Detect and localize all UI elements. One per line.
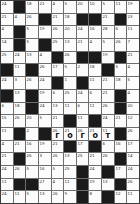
cell-number: 21: [1, 14, 7, 19]
black-cell: [102, 64, 114, 76]
cell[interactable]: 19: [89, 179, 101, 191]
cell-number: 11: [127, 26, 133, 31]
cell[interactable]: 24: [39, 103, 51, 115]
cell[interactable]: 17: [115, 166, 127, 178]
cell-number: 24: [77, 26, 83, 31]
cell-number: 21: [1, 153, 7, 158]
cell-number: 11: [127, 191, 133, 196]
cell-number: 26: [127, 179, 133, 184]
black-cell: [115, 90, 127, 102]
cell[interactable]: 19: [39, 141, 51, 153]
cell-number: 16: [115, 141, 121, 146]
cell-number: 6: [1, 103, 4, 108]
black-cell: [77, 77, 89, 89]
black-cell: [77, 166, 89, 178]
cell-number: 13: [64, 39, 70, 44]
black-cell: [77, 179, 89, 191]
black-cell: [89, 141, 101, 153]
cell[interactable]: 6: [52, 90, 64, 102]
cell[interactable]: 14: [1, 39, 13, 51]
cell[interactable]: 2: [26, 128, 38, 140]
cell[interactable]: 17: [77, 141, 89, 153]
cell[interactable]: 15: [1, 115, 13, 127]
cell-number: 11: [64, 179, 70, 184]
cell[interactable]: 4: [89, 39, 101, 51]
cell[interactable]: 26г: [52, 128, 64, 140]
cell-number: 11: [14, 64, 20, 69]
cell-number: 24: [89, 166, 95, 171]
cell-number: 13: [39, 191, 45, 196]
cell[interactable]: 11: [1, 128, 13, 140]
black-cell: [14, 26, 26, 38]
cell[interactable]: 24: [77, 90, 89, 102]
cell-number: 25: [52, 39, 58, 44]
cell-number: 10: [89, 1, 95, 6]
cell[interactable]: 11: [127, 191, 139, 203]
cell[interactable]: 6: [102, 141, 114, 153]
cell[interactable]: 26: [127, 128, 139, 140]
cell[interactable]: 26: [127, 179, 139, 191]
cell[interactable]: 18: [115, 77, 127, 89]
black-cell: [39, 14, 51, 26]
cell-number: 20: [64, 26, 70, 31]
cell-number: 14: [1, 39, 7, 44]
cell[interactable]: 16: [26, 141, 38, 153]
cell[interactable]: 25: [1, 52, 13, 64]
cell[interactable]: 26г: [77, 128, 89, 140]
cell[interactable]: 11: [127, 26, 139, 38]
cell[interactable]: 5: [127, 77, 139, 89]
cell[interactable]: 24: [1, 166, 13, 178]
cell-number: 12: [115, 191, 121, 196]
cell-number: 24: [1, 166, 7, 171]
cell-number: 5: [102, 39, 105, 44]
cell-number: 26: [115, 39, 121, 44]
cell[interactable]: 25: [77, 153, 89, 165]
cell-number: 6: [102, 141, 105, 146]
cell-number: 18: [89, 64, 95, 69]
cell-number: 25: [64, 90, 70, 95]
cell-number: 24: [1, 1, 7, 6]
cell-number: 5: [26, 39, 29, 44]
cell[interactable]: 19: [102, 52, 114, 64]
cell[interactable]: 21: [39, 1, 51, 13]
cell-number: 27: [39, 179, 45, 184]
cell-number: 17: [115, 166, 121, 171]
cell[interactable]: 17: [127, 141, 139, 153]
cell[interactable]: 9: [64, 191, 76, 203]
cell[interactable]: 13: [102, 179, 114, 191]
cell-number: 16: [26, 141, 32, 146]
cell[interactable]: 4: [127, 90, 139, 102]
black-cell: [14, 1, 26, 13]
black-cell: [89, 14, 101, 26]
cell[interactable]: 21: [102, 14, 114, 26]
cell[interactable]: 26: [26, 14, 38, 26]
cell-number: 9: [64, 191, 67, 196]
cell[interactable]: 25: [64, 166, 76, 178]
cell[interactable]: 7: [127, 39, 139, 51]
cell-number: 24: [14, 52, 20, 57]
cell-number: 4: [1, 141, 4, 146]
cell-number: 8: [89, 191, 92, 196]
cell[interactable]: 21: [52, 14, 64, 26]
cell[interactable]: 5: [26, 39, 38, 51]
cell-number: 1: [64, 77, 67, 82]
cell[interactable]: 5: [26, 191, 38, 203]
cell[interactable]: 3: [14, 77, 26, 89]
cell-number: 6: [77, 103, 80, 108]
cell-number: 21: [52, 115, 58, 120]
cell-number: 19: [102, 52, 108, 57]
cell-number: 20: [26, 115, 32, 120]
cell-number: 24: [1, 191, 7, 196]
cell[interactable]: 24: [1, 77, 13, 89]
cell[interactable]: 12: [127, 115, 139, 127]
cell-number: 19: [127, 1, 133, 6]
cell[interactable]: 11: [89, 77, 101, 89]
cell-number: 16: [39, 166, 45, 171]
cell[interactable]: 20: [127, 103, 139, 115]
cell-number: 26: [64, 52, 70, 57]
cell-number: 11: [89, 77, 95, 82]
cell[interactable]: 18: [14, 103, 26, 115]
cell[interactable]: 5: [26, 26, 38, 38]
cell-number: 26: [26, 14, 32, 19]
black-cell: [64, 115, 76, 127]
cell[interactable]: 24: [102, 115, 114, 127]
cell-number: 20: [77, 1, 83, 6]
cell-number: 5: [64, 1, 67, 6]
cell[interactable]: 5: [26, 166, 38, 178]
cell[interactable]: 27: [39, 179, 51, 191]
cell[interactable]: 6: [1, 103, 13, 115]
cell[interactable]: 18: [89, 64, 101, 76]
cell-letter: т: [102, 132, 114, 140]
cell[interactable]: 17: [52, 64, 64, 76]
cell[interactable]: 21: [89, 153, 101, 165]
cell[interactable]: 24: [1, 1, 13, 13]
cell[interactable]: 19: [39, 26, 51, 38]
cell[interactable]: 21: [115, 115, 127, 127]
cell[interactable]: 26: [102, 103, 114, 115]
cell[interactable]: 23: [127, 14, 139, 26]
cell[interactable]: 24: [89, 166, 101, 178]
cell[interactable]: 5: [52, 166, 64, 178]
cell[interactable]: 11: [14, 64, 26, 76]
cell-number: 19: [39, 90, 45, 95]
cell[interactable]: 6: [89, 90, 101, 102]
cell[interactable]: 20: [77, 1, 89, 13]
cell[interactable]: 21о: [89, 128, 101, 140]
cell-letter: г: [52, 132, 64, 140]
cell-number: 5: [26, 166, 29, 171]
cell-number: 24: [77, 90, 83, 95]
cell[interactable]: 24: [77, 26, 89, 38]
cell[interactable]: 1: [64, 77, 76, 89]
black-cell: [1, 64, 13, 76]
cell[interactable]: 20: [64, 26, 76, 38]
cell[interactable]: 26: [52, 153, 64, 165]
cell-number: 11: [14, 191, 20, 196]
black-cell: [26, 90, 38, 102]
cell-number: 21: [102, 90, 108, 95]
black-cell: [26, 179, 38, 191]
cell[interactable]: 5: [102, 39, 114, 51]
cell[interactable]: 26: [39, 64, 51, 76]
cell-number: 4: [39, 52, 42, 57]
cell[interactable]: 11: [115, 1, 127, 13]
cell[interactable]: 21: [1, 14, 13, 26]
cell[interactable]: 21: [52, 115, 64, 127]
cell[interactable]: 21: [127, 52, 139, 64]
cell[interactable]: 26: [52, 191, 64, 203]
cell[interactable]: 10: [89, 1, 101, 13]
cell[interactable]: 18: [64, 14, 76, 26]
cell[interactable]: 21: [102, 90, 114, 102]
cell-number: 7: [127, 39, 130, 44]
cell[interactable]: 21: [1, 153, 13, 165]
cell[interactable]: 25: [64, 90, 76, 102]
black-cell: [39, 39, 51, 51]
cell[interactable]: 28: [102, 26, 114, 38]
cell-number: 4: [52, 1, 55, 6]
black-cell: [14, 153, 26, 165]
cell[interactable]: 4: [14, 14, 26, 26]
cell[interactable]: 13: [39, 191, 51, 203]
cell-number: 26: [39, 64, 45, 69]
cell[interactable]: 4: [127, 64, 139, 76]
cell-number: 13: [64, 153, 70, 158]
cell-number: 24: [39, 103, 45, 108]
cell-number: 18: [115, 77, 121, 82]
black-cell: [89, 52, 101, 64]
cell-number: 17: [77, 141, 83, 146]
cell-number: 21: [102, 77, 108, 82]
cell[interactable]: 13: [64, 39, 76, 51]
black-cell: [1, 90, 13, 102]
cell-number: 16: [89, 26, 95, 31]
cell-number: 26: [26, 77, 32, 82]
cell[interactable]: 21: [14, 141, 26, 153]
cell-number: 13: [14, 90, 20, 95]
cell-number: 5: [127, 77, 130, 82]
cell-number: 26: [52, 153, 58, 158]
black-cell: [77, 52, 89, 64]
black-cell: [26, 103, 38, 115]
cell[interactable]: 26: [14, 115, 26, 127]
cell-number: 26: [14, 115, 20, 120]
cell-number: 5: [64, 64, 67, 69]
cell[interactable]: 13: [14, 90, 26, 102]
cell-number: 26: [127, 128, 133, 133]
cell[interactable]: 11т: [102, 128, 114, 140]
black-cell: [14, 179, 26, 191]
cell[interactable]: 24: [14, 52, 26, 64]
cell-number: 21: [77, 39, 83, 44]
cell-number: 25: [77, 153, 83, 158]
cell[interactable]: 14: [127, 153, 139, 165]
cell-number: 28: [102, 26, 108, 31]
cell-number: 5: [26, 191, 29, 196]
cell-number: 18: [26, 1, 32, 6]
cell-number: 19: [89, 179, 95, 184]
cell-number: 18: [64, 14, 70, 19]
cell[interactable]: 11: [1, 179, 13, 191]
cell-number: 5: [26, 26, 29, 31]
cell[interactable]: 4: [52, 1, 64, 13]
cell-number: 19: [39, 26, 45, 31]
cell-number: 5: [52, 166, 55, 171]
cell-number: 3: [14, 77, 17, 82]
cell-number: 19: [39, 141, 45, 146]
cell-number: 21: [127, 52, 133, 57]
cell[interactable]: 26: [26, 153, 38, 165]
cell-number: 21: [102, 14, 108, 19]
cell[interactable]: 21: [102, 77, 114, 89]
cell[interactable]: 26: [115, 39, 127, 51]
cell-number: 26: [52, 26, 58, 31]
black-cell: [115, 52, 127, 64]
cell[interactable]: 16: [115, 141, 127, 153]
cell[interactable]: 5: [64, 1, 76, 13]
cell[interactable]: 8: [89, 191, 101, 203]
cell[interactable]: 13: [64, 153, 76, 165]
cell[interactable]: 4: [52, 179, 64, 191]
cell-number: 12: [127, 115, 133, 120]
cell[interactable]: 11: [64, 103, 76, 115]
cell[interactable]: 26: [14, 166, 26, 178]
cell-number: 21: [39, 1, 45, 6]
black-cell: [77, 191, 89, 203]
cell-number: 4: [89, 39, 92, 44]
cell-letter: г: [77, 132, 89, 140]
cell-number: 25: [1, 52, 7, 57]
cell[interactable]: 19: [127, 1, 139, 13]
cell-number: 26: [52, 191, 58, 196]
cell[interactable]: 6: [77, 103, 89, 115]
cell[interactable]: 12: [115, 191, 127, 203]
cell[interactable]: 5: [115, 64, 127, 76]
cell-number: 26: [14, 166, 20, 171]
black-cell: [52, 52, 64, 64]
black-cell: [115, 14, 127, 26]
cell-number: 13: [102, 179, 108, 184]
cell-number: 21: [14, 141, 20, 146]
cell[interactable]: 3: [39, 153, 51, 165]
cell[interactable]: 6: [115, 26, 127, 38]
cell[interactable]: 26: [64, 52, 76, 64]
cell[interactable]: 13: [26, 52, 38, 64]
cell[interactable]: 24: [1, 191, 13, 203]
black-cell: [102, 191, 114, 203]
cell[interactable]: 11: [77, 115, 89, 127]
cell[interactable]: 4: [1, 26, 13, 38]
cell[interactable]: 16: [89, 26, 101, 38]
cell[interactable]: 11: [14, 191, 26, 203]
cell-number: 6: [89, 90, 92, 95]
cell-number: 17: [52, 64, 58, 69]
black-cell: [89, 115, 101, 127]
cell-number: 6: [52, 90, 55, 95]
cell-number: 17: [127, 141, 133, 146]
cell[interactable]: 5: [64, 64, 76, 76]
cell[interactable]: 11: [64, 179, 76, 191]
black-cell: [77, 14, 89, 26]
black-cell: [52, 77, 64, 89]
cell[interactable]: 5: [39, 115, 51, 127]
cell-number: 25: [64, 166, 70, 171]
cell[interactable]: 25: [52, 39, 64, 51]
cell-number: 5: [39, 115, 42, 120]
cell-number: 5: [102, 1, 105, 6]
cell-number: 11: [77, 115, 83, 120]
cell-number: 11: [1, 179, 7, 184]
cell[interactable]: 13: [52, 103, 64, 115]
cell-number: 14: [127, 153, 133, 158]
cell[interactable]: 4: [1, 141, 13, 153]
cell[interactable]: 19: [39, 90, 51, 102]
cell[interactable]: 21о: [64, 128, 76, 140]
cell-number: 11: [89, 103, 95, 108]
cell-number: 4: [52, 179, 55, 184]
cell-number: 4: [1, 26, 4, 31]
cell-number: 6: [115, 26, 118, 31]
codeword-grid: 2418214520105111921426211821234519262024…: [0, 0, 140, 204]
cell-number: 24: [127, 166, 133, 171]
cell[interactable]: 26: [26, 77, 38, 89]
cell[interactable]: 26: [102, 153, 114, 165]
cell-letter: о: [89, 132, 101, 140]
cell[interactable]: 21: [52, 141, 64, 153]
cell-number: 15: [1, 115, 7, 120]
cell[interactable]: 5: [102, 1, 114, 13]
cell[interactable]: 11: [89, 103, 101, 115]
cell-letter: о: [64, 132, 76, 140]
cell[interactable]: 26: [52, 26, 64, 38]
cell[interactable]: 2: [77, 64, 89, 76]
codeword-puzzle: 2418214520105111921426211821234519262024…: [0, 0, 140, 204]
cell-number: 4: [127, 90, 130, 95]
cell[interactable]: 4: [39, 52, 51, 64]
cell-number: 13: [26, 52, 32, 57]
cell-number: 11: [1, 128, 7, 133]
cell[interactable]: 21: [77, 39, 89, 51]
cell-number: 24: [1, 77, 7, 82]
cell-number: 18: [14, 103, 20, 108]
black-cell: [64, 141, 76, 153]
cell-number: 20: [127, 103, 133, 108]
cell-number: 13: [52, 103, 58, 108]
cell-number: 24: [39, 77, 45, 82]
black-cell: [115, 128, 127, 140]
cell-number: 26: [26, 153, 32, 158]
black-cell: [14, 39, 26, 51]
cell-number: 26: [102, 103, 108, 108]
cell[interactable]: 24: [39, 77, 51, 89]
cell-number: 21: [52, 141, 58, 146]
cell[interactable]: 24: [127, 166, 139, 178]
cell-number: 3: [39, 153, 42, 158]
black-cell: [102, 166, 114, 178]
cell-number: 21: [115, 115, 121, 120]
cell[interactable]: 16: [39, 166, 51, 178]
cell-number: 2: [77, 64, 80, 69]
black-cell: [14, 128, 26, 140]
black-cell: [26, 64, 38, 76]
cell[interactable]: 20: [26, 115, 38, 127]
cell[interactable]: 18: [26, 1, 38, 13]
